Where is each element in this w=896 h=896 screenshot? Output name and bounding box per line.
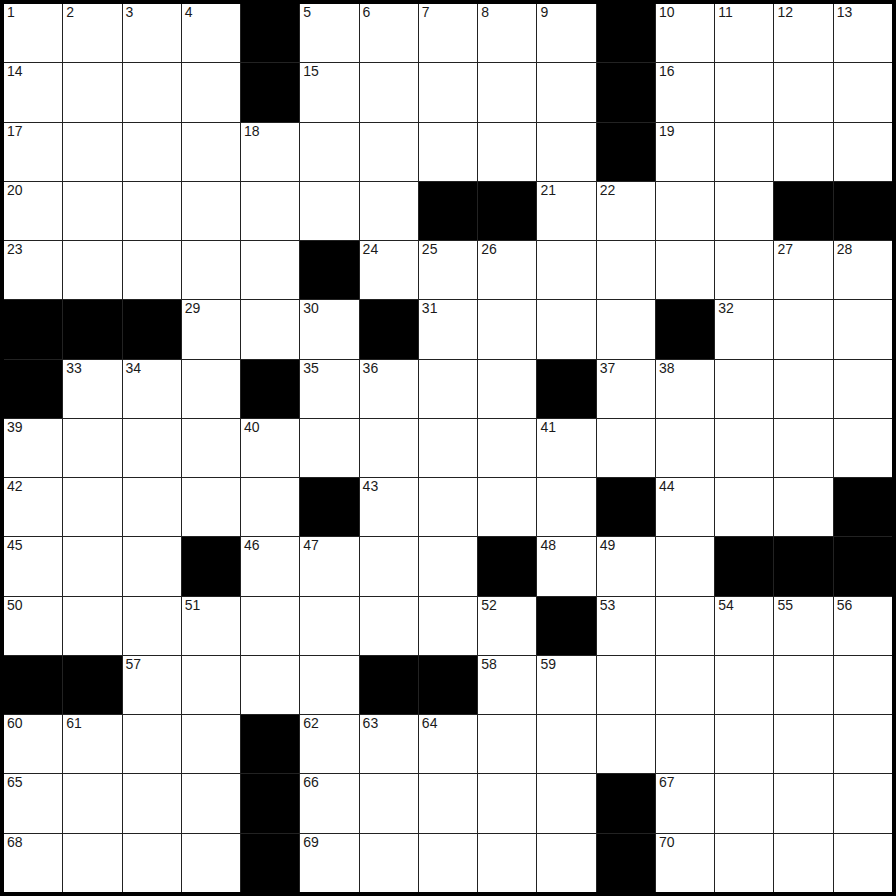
cell-r12c4[interactable] (182, 656, 240, 714)
cell-r6c5[interactable] (241, 300, 299, 358)
cell-r3c13[interactable] (715, 123, 773, 181)
clue-number-24: 24 (363, 242, 379, 257)
cell-r11c12[interactable] (656, 597, 714, 655)
cell-r12c14[interactable] (774, 656, 832, 714)
clue-number-51: 51 (185, 598, 201, 613)
clue-number-58: 58 (481, 657, 497, 672)
cell-r4c1[interactable]: 20 (4, 182, 62, 240)
clue-number-10: 10 (659, 5, 675, 20)
cell-r11c3[interactable] (123, 597, 181, 655)
cell-r12c9[interactable]: 58 (478, 656, 536, 714)
clue-number-64: 64 (422, 716, 438, 731)
cell-r7c1-black (4, 360, 62, 418)
clue-number-52: 52 (481, 598, 497, 613)
cell-r3c10[interactable] (537, 123, 595, 181)
cell-r7c15[interactable] (834, 360, 892, 418)
cell-r14c13[interactable] (715, 774, 773, 832)
cell-r2c14[interactable] (774, 63, 832, 121)
clue-number-27: 27 (777, 242, 793, 257)
clue-number-25: 25 (422, 242, 438, 257)
cell-r15c8[interactable] (419, 834, 477, 892)
clue-number-70: 70 (659, 835, 675, 850)
cell-r3c4[interactable] (182, 123, 240, 181)
clue-number-31: 31 (422, 301, 438, 316)
cell-r1c6[interactable]: 5 (300, 4, 358, 62)
cell-r10c12[interactable] (656, 537, 714, 595)
cell-r12c10[interactable]: 59 (537, 656, 595, 714)
cell-r11c9[interactable]: 52 (478, 597, 536, 655)
cell-r9c4[interactable] (182, 478, 240, 536)
cell-r8c4[interactable] (182, 419, 240, 477)
clue-number-4: 4 (185, 5, 193, 20)
clue-number-37: 37 (600, 361, 616, 376)
clue-number-34: 34 (126, 361, 142, 376)
cell-r6c7-black (360, 300, 418, 358)
cell-r4c4[interactable] (182, 182, 240, 240)
clue-number-62: 62 (303, 716, 319, 731)
cell-r13c13[interactable] (715, 715, 773, 773)
cell-r15c13[interactable] (715, 834, 773, 892)
cell-r7c4[interactable] (182, 360, 240, 418)
cell-r4c5[interactable] (241, 182, 299, 240)
clue-number-40: 40 (244, 420, 260, 435)
clue-number-32: 32 (718, 301, 734, 316)
cell-r1c12[interactable]: 10 (656, 4, 714, 62)
clue-number-60: 60 (7, 716, 23, 731)
cell-r11c6[interactable] (300, 597, 358, 655)
clue-number-2: 2 (66, 5, 74, 20)
cell-r7c2[interactable]: 33 (63, 360, 121, 418)
cell-r9c15-black (834, 478, 892, 536)
cell-r15c2[interactable] (63, 834, 121, 892)
clue-number-69: 69 (303, 835, 319, 850)
cell-r6c11[interactable] (597, 300, 655, 358)
cell-r12c5[interactable] (241, 656, 299, 714)
clue-number-7: 7 (422, 5, 430, 20)
cell-r8c9[interactable] (478, 419, 536, 477)
cell-r2c5-black (241, 63, 299, 121)
cell-r4c12[interactable] (656, 182, 714, 240)
cell-r13c6[interactable]: 62 (300, 715, 358, 773)
cell-r14c6[interactable]: 66 (300, 774, 358, 832)
clue-number-8: 8 (481, 5, 489, 20)
cell-r6c2-black (63, 300, 121, 358)
cell-r1c10[interactable]: 9 (537, 4, 595, 62)
clue-number-61: 61 (66, 716, 82, 731)
cell-r9c13[interactable] (715, 478, 773, 536)
cell-r13c8[interactable]: 64 (419, 715, 477, 773)
cell-r5c8[interactable]: 25 (419, 241, 477, 299)
cell-r10c1[interactable]: 45 (4, 537, 62, 595)
cell-r1c8[interactable]: 7 (419, 4, 477, 62)
cell-r13c2[interactable]: 61 (63, 715, 121, 773)
cell-r12c13[interactable] (715, 656, 773, 714)
cell-r13c3[interactable] (123, 715, 181, 773)
cell-r10c13-black (715, 537, 773, 595)
cell-r11c4[interactable]: 51 (182, 597, 240, 655)
cell-r14c11-black (597, 774, 655, 832)
cell-r7c13[interactable] (715, 360, 773, 418)
clue-number-15: 15 (303, 64, 319, 79)
cell-r6c10[interactable] (537, 300, 595, 358)
cell-r12c2-black (63, 656, 121, 714)
cell-r9c7[interactable]: 43 (360, 478, 418, 536)
cell-r9c5[interactable] (241, 478, 299, 536)
cell-r9c12[interactable]: 44 (656, 478, 714, 536)
cell-r1c14[interactable]: 12 (774, 4, 832, 62)
cell-r15c6[interactable]: 69 (300, 834, 358, 892)
cell-r3c8[interactable] (419, 123, 477, 181)
cell-r14c15[interactable] (834, 774, 892, 832)
cell-r11c13[interactable]: 54 (715, 597, 773, 655)
cell-r12c1-black (4, 656, 62, 714)
clue-number-11: 11 (718, 5, 733, 20)
cell-r10c4-black (182, 537, 240, 595)
cell-r14c5-black (241, 774, 299, 832)
cell-r11c5[interactable] (241, 597, 299, 655)
cell-r3c9[interactable] (478, 123, 536, 181)
clue-number-9: 9 (540, 5, 548, 20)
cell-r2c11-black (597, 63, 655, 121)
cell-r13c12[interactable] (656, 715, 714, 773)
cell-r8c5[interactable]: 40 (241, 419, 299, 477)
cell-r15c5-black (241, 834, 299, 892)
clue-number-59: 59 (540, 657, 556, 672)
cell-r12c12[interactable] (656, 656, 714, 714)
cell-r1c2[interactable]: 2 (63, 4, 121, 62)
cell-r9c3[interactable] (123, 478, 181, 536)
cell-r14c14[interactable] (774, 774, 832, 832)
cell-r15c10[interactable] (537, 834, 595, 892)
cell-r8c15[interactable] (834, 419, 892, 477)
cell-r5c3[interactable] (123, 241, 181, 299)
clue-number-3: 3 (126, 5, 134, 20)
cell-r2c10[interactable] (537, 63, 595, 121)
cell-r10c14-black (774, 537, 832, 595)
cell-r7c12[interactable]: 38 (656, 360, 714, 418)
clue-number-67: 67 (659, 775, 675, 790)
cell-r1c1[interactable]: 1 (4, 4, 62, 62)
cell-r5c5[interactable] (241, 241, 299, 299)
clue-number-66: 66 (303, 775, 319, 790)
cell-r6c1-black (4, 300, 62, 358)
cell-r2c15[interactable] (834, 63, 892, 121)
cell-r13c10[interactable] (537, 715, 595, 773)
cell-r11c10-black (537, 597, 595, 655)
cell-r2c4[interactable] (182, 63, 240, 121)
cell-r13c15[interactable] (834, 715, 892, 773)
cell-r13c9[interactable] (478, 715, 536, 773)
cell-r1c15[interactable]: 13 (834, 4, 892, 62)
crossword-grid: 1234567891011121314151617181920212223242… (0, 0, 896, 896)
cell-r3c3[interactable] (123, 123, 181, 181)
clue-number-6: 6 (363, 5, 371, 20)
cell-r10c9-black (478, 537, 536, 595)
cell-r11c14[interactable]: 55 (774, 597, 832, 655)
cell-r3c7[interactable] (360, 123, 418, 181)
cell-r10c6[interactable]: 47 (300, 537, 358, 595)
clue-number-16: 16 (659, 64, 675, 79)
cell-r5c7[interactable]: 24 (360, 241, 418, 299)
clue-number-22: 22 (600, 183, 616, 198)
cell-r6c8[interactable]: 31 (419, 300, 477, 358)
cell-r14c8[interactable] (419, 774, 477, 832)
clue-number-54: 54 (718, 598, 734, 613)
cell-r2c7[interactable] (360, 63, 418, 121)
cell-r1c3[interactable]: 3 (123, 4, 181, 62)
cell-r12c7-black (360, 656, 418, 714)
clue-number-12: 12 (777, 5, 793, 20)
cell-r5c12[interactable] (656, 241, 714, 299)
clue-number-50: 50 (7, 598, 23, 613)
cell-r6c3-black (123, 300, 181, 358)
cell-r9c11-black (597, 478, 655, 536)
cell-r1c5-black (241, 4, 299, 62)
cell-r14c1[interactable]: 65 (4, 774, 62, 832)
cell-r10c11[interactable]: 49 (597, 537, 655, 595)
cell-r4c15-black (834, 182, 892, 240)
cell-r5c13[interactable] (715, 241, 773, 299)
cell-r7c14[interactable] (774, 360, 832, 418)
clue-number-29: 29 (185, 301, 201, 316)
cell-r14c12[interactable]: 67 (656, 774, 714, 832)
cell-r2c8[interactable] (419, 63, 477, 121)
cell-r5c11[interactable] (597, 241, 655, 299)
cell-r7c3[interactable]: 34 (123, 360, 181, 418)
cell-r5c1[interactable]: 23 (4, 241, 62, 299)
clue-number-46: 46 (244, 538, 260, 553)
cell-r13c4[interactable] (182, 715, 240, 773)
cell-r9c1[interactable]: 42 (4, 478, 62, 536)
cell-r10c2[interactable] (63, 537, 121, 595)
cell-r15c1[interactable]: 68 (4, 834, 62, 892)
cell-r13c7[interactable]: 63 (360, 715, 418, 773)
cell-r13c14[interactable] (774, 715, 832, 773)
cell-r7c6[interactable]: 35 (300, 360, 358, 418)
cell-r4c3[interactable] (123, 182, 181, 240)
cell-r13c1[interactable]: 60 (4, 715, 62, 773)
cell-r10c7[interactable] (360, 537, 418, 595)
clue-number-23: 23 (7, 242, 23, 257)
clue-number-21: 21 (540, 183, 556, 198)
clue-number-20: 20 (7, 183, 23, 198)
cell-r5c4[interactable] (182, 241, 240, 299)
clue-number-45: 45 (7, 538, 23, 553)
clue-number-56: 56 (837, 598, 853, 613)
cell-r15c11-black (597, 834, 655, 892)
clue-number-65: 65 (7, 775, 23, 790)
cell-r14c9[interactable] (478, 774, 536, 832)
clue-number-44: 44 (659, 479, 675, 494)
cell-r12c8-black (419, 656, 477, 714)
clue-number-30: 30 (303, 301, 319, 316)
cell-r9c2[interactable] (63, 478, 121, 536)
cell-r2c2[interactable] (63, 63, 121, 121)
cell-r5c10[interactable] (537, 241, 595, 299)
clue-number-18: 18 (244, 124, 260, 139)
cell-r5c9[interactable]: 26 (478, 241, 536, 299)
clue-number-55: 55 (777, 598, 793, 613)
cell-r3c1[interactable]: 17 (4, 123, 62, 181)
cell-r15c14[interactable] (774, 834, 832, 892)
clue-number-38: 38 (659, 361, 675, 376)
cell-r3c15[interactable] (834, 123, 892, 181)
cell-r1c7[interactable]: 6 (360, 4, 418, 62)
cell-r2c6[interactable]: 15 (300, 63, 358, 121)
cell-r4c13[interactable] (715, 182, 773, 240)
cell-r2c12[interactable]: 16 (656, 63, 714, 121)
cell-r8c14[interactable] (774, 419, 832, 477)
cell-r9c9[interactable] (478, 478, 536, 536)
cell-r10c15-black (834, 537, 892, 595)
clue-number-36: 36 (363, 361, 379, 376)
clue-number-13: 13 (837, 5, 853, 20)
cell-r5c15[interactable]: 28 (834, 241, 892, 299)
cell-r8c7[interactable] (360, 419, 418, 477)
cell-r6c14[interactable] (774, 300, 832, 358)
cell-r8c2[interactable] (63, 419, 121, 477)
clue-number-42: 42 (7, 479, 23, 494)
clue-number-5: 5 (303, 5, 311, 20)
cell-r4c6[interactable] (300, 182, 358, 240)
cell-r8c3[interactable] (123, 419, 181, 477)
cell-r4c8-black (419, 182, 477, 240)
cell-r12c15[interactable] (834, 656, 892, 714)
cell-r6c6[interactable]: 30 (300, 300, 358, 358)
cell-r4c14-black (774, 182, 832, 240)
clue-number-43: 43 (363, 479, 379, 494)
cell-r7c7[interactable]: 36 (360, 360, 418, 418)
cell-r15c12[interactable]: 70 (656, 834, 714, 892)
cell-r14c3[interactable] (123, 774, 181, 832)
cell-r7c10-black (537, 360, 595, 418)
cell-r8c8[interactable] (419, 419, 477, 477)
cell-r3c6[interactable] (300, 123, 358, 181)
cell-r10c5[interactable]: 46 (241, 537, 299, 595)
cell-r12c6[interactable] (300, 656, 358, 714)
cell-r10c10[interactable]: 48 (537, 537, 595, 595)
clue-number-14: 14 (7, 64, 23, 79)
cell-r2c3[interactable] (123, 63, 181, 121)
cell-r15c15[interactable] (834, 834, 892, 892)
cell-r10c8[interactable] (419, 537, 477, 595)
cell-r13c5-black (241, 715, 299, 773)
cell-r11c7[interactable] (360, 597, 418, 655)
cell-r11c1[interactable]: 50 (4, 597, 62, 655)
cell-r5c14[interactable]: 27 (774, 241, 832, 299)
clue-number-57: 57 (126, 657, 142, 672)
cell-r11c2[interactable] (63, 597, 121, 655)
clue-number-53: 53 (600, 598, 616, 613)
cell-r3c5[interactable]: 18 (241, 123, 299, 181)
cell-r12c3[interactable]: 57 (123, 656, 181, 714)
clue-number-19: 19 (659, 124, 675, 139)
cell-r14c2[interactable] (63, 774, 121, 832)
cell-r11c8[interactable] (419, 597, 477, 655)
cell-r11c15[interactable]: 56 (834, 597, 892, 655)
cell-r2c9[interactable] (478, 63, 536, 121)
cell-r6c4[interactable]: 29 (182, 300, 240, 358)
cell-r5c6-black (300, 241, 358, 299)
cell-r15c9[interactable] (478, 834, 536, 892)
cell-r2c1[interactable]: 14 (4, 63, 62, 121)
cell-r15c3[interactable] (123, 834, 181, 892)
cell-r11c11[interactable]: 53 (597, 597, 655, 655)
cell-r5c2[interactable] (63, 241, 121, 299)
cell-r7c11[interactable]: 37 (597, 360, 655, 418)
clue-number-41: 41 (540, 420, 556, 435)
clue-number-47: 47 (303, 538, 319, 553)
clue-number-39: 39 (7, 420, 23, 435)
cell-r12c11[interactable] (597, 656, 655, 714)
cell-r7c9[interactable] (478, 360, 536, 418)
cell-r14c4[interactable] (182, 774, 240, 832)
cell-r6c13[interactable]: 32 (715, 300, 773, 358)
cell-r3c12[interactable]: 19 (656, 123, 714, 181)
cell-r8c6[interactable] (300, 419, 358, 477)
clue-number-26: 26 (481, 242, 497, 257)
cell-r1c13[interactable]: 11 (715, 4, 773, 62)
cell-r4c11[interactable]: 22 (597, 182, 655, 240)
cell-r7c5-black (241, 360, 299, 418)
clue-number-1: 1 (7, 5, 15, 20)
cell-r9c8[interactable] (419, 478, 477, 536)
cell-r9c10[interactable] (537, 478, 595, 536)
clue-number-35: 35 (303, 361, 319, 376)
cell-r14c10[interactable] (537, 774, 595, 832)
cell-r6c9[interactable] (478, 300, 536, 358)
cell-r8c13[interactable] (715, 419, 773, 477)
cell-r15c4[interactable] (182, 834, 240, 892)
clue-number-17: 17 (7, 124, 23, 139)
cell-r10c3[interactable] (123, 537, 181, 595)
cell-r9c6-black (300, 478, 358, 536)
clue-number-68: 68 (7, 835, 23, 850)
cell-r4c10[interactable]: 21 (537, 182, 595, 240)
cell-r9c14[interactable] (774, 478, 832, 536)
clue-number-48: 48 (540, 538, 556, 553)
cell-r3c2[interactable] (63, 123, 121, 181)
clue-number-33: 33 (66, 361, 82, 376)
cell-r6c15[interactable] (834, 300, 892, 358)
clue-number-28: 28 (837, 242, 853, 257)
cell-r1c9[interactable]: 8 (478, 4, 536, 62)
cell-r4c2[interactable] (63, 182, 121, 240)
cell-r13c11[interactable] (597, 715, 655, 773)
cell-r8c12[interactable] (656, 419, 714, 477)
cell-r8c1[interactable]: 39 (4, 419, 62, 477)
clue-number-63: 63 (363, 716, 379, 731)
cell-r3c11-black (597, 123, 655, 181)
cell-r14c7[interactable] (360, 774, 418, 832)
cell-r4c9-black (478, 182, 536, 240)
cell-r7c8[interactable] (419, 360, 477, 418)
cell-r6c12-black (656, 300, 714, 358)
cell-r3c14[interactable] (774, 123, 832, 181)
cell-r15c7[interactable] (360, 834, 418, 892)
cell-r4c7[interactable] (360, 182, 418, 240)
cell-r8c11[interactable] (597, 419, 655, 477)
cell-r2c13[interactable] (715, 63, 773, 121)
cell-r8c10[interactable]: 41 (537, 419, 595, 477)
cell-r1c11-black (597, 4, 655, 62)
cell-r1c4[interactable]: 4 (182, 4, 240, 62)
clue-number-49: 49 (600, 538, 616, 553)
